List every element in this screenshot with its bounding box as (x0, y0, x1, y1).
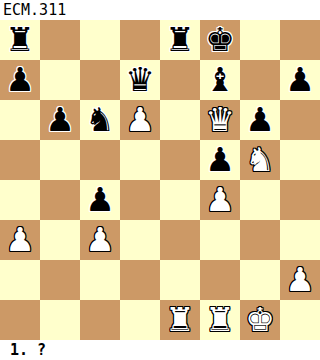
square-g5[interactable]: ♞ (240, 140, 280, 180)
square-g7[interactable] (240, 60, 280, 100)
square-e4[interactable] (160, 180, 200, 220)
square-h8[interactable] (280, 20, 320, 60)
square-e8[interactable]: ♜ (160, 20, 200, 60)
square-g4[interactable] (240, 180, 280, 220)
white-queen-icon: ♛ (200, 100, 240, 140)
white-king-icon: ♚ (240, 300, 280, 340)
square-c2[interactable] (80, 260, 120, 300)
black-queen-icon: ♛ (120, 60, 160, 100)
square-c1[interactable] (80, 300, 120, 340)
black-pawn-icon: ♟ (280, 60, 320, 100)
square-f3[interactable] (200, 220, 240, 260)
square-a6[interactable] (0, 100, 40, 140)
square-h3[interactable] (280, 220, 320, 260)
black-pawn-icon: ♟ (40, 100, 80, 140)
square-d4[interactable] (120, 180, 160, 220)
black-rook-icon: ♜ (160, 20, 200, 60)
square-a8[interactable]: ♜ (0, 20, 40, 60)
square-f1[interactable]: ♜ (200, 300, 240, 340)
square-f8[interactable]: ♚ (200, 20, 240, 60)
chess-board: ♜♜♚♟♛♝♟♟♞♟♛♟♟♞♟♟♟♟♟♜♜♚ (0, 20, 320, 340)
white-pawn-icon: ♟ (0, 220, 40, 260)
square-c8[interactable] (80, 20, 120, 60)
square-f2[interactable] (200, 260, 240, 300)
black-pawn-icon: ♟ (0, 60, 40, 100)
square-c7[interactable] (80, 60, 120, 100)
move-prompt: 1. ? (0, 340, 320, 360)
square-g2[interactable] (240, 260, 280, 300)
square-e2[interactable] (160, 260, 200, 300)
white-rook-icon: ♜ (160, 300, 200, 340)
square-e7[interactable] (160, 60, 200, 100)
square-e1[interactable]: ♜ (160, 300, 200, 340)
black-knight-icon: ♞ (80, 100, 120, 140)
square-h6[interactable] (280, 100, 320, 140)
square-b7[interactable] (40, 60, 80, 100)
chess-diagram-app: ECM.311 ♜♜♚♟♛♝♟♟♞♟♛♟♟♞♟♟♟♟♟♜♜♚ 1. ? (0, 0, 320, 360)
square-a3[interactable]: ♟ (0, 220, 40, 260)
square-e6[interactable] (160, 100, 200, 140)
square-f5[interactable]: ♟ (200, 140, 240, 180)
square-f7[interactable]: ♝ (200, 60, 240, 100)
square-g8[interactable] (240, 20, 280, 60)
square-a2[interactable] (0, 260, 40, 300)
square-g3[interactable] (240, 220, 280, 260)
square-a5[interactable] (0, 140, 40, 180)
white-pawn-icon: ♟ (120, 100, 160, 140)
square-e3[interactable] (160, 220, 200, 260)
square-e5[interactable] (160, 140, 200, 180)
white-pawn-icon: ♟ (280, 260, 320, 300)
square-h2[interactable]: ♟ (280, 260, 320, 300)
square-c4[interactable]: ♟ (80, 180, 120, 220)
square-b8[interactable] (40, 20, 80, 60)
square-d3[interactable] (120, 220, 160, 260)
square-b1[interactable] (40, 300, 80, 340)
square-c5[interactable] (80, 140, 120, 180)
square-d7[interactable]: ♛ (120, 60, 160, 100)
square-h7[interactable]: ♟ (280, 60, 320, 100)
square-d8[interactable] (120, 20, 160, 60)
square-d2[interactable] (120, 260, 160, 300)
black-bishop-icon: ♝ (200, 60, 240, 100)
square-g6[interactable]: ♟ (240, 100, 280, 140)
square-d1[interactable] (120, 300, 160, 340)
black-pawn-icon: ♟ (200, 140, 240, 180)
square-c3[interactable]: ♟ (80, 220, 120, 260)
square-b4[interactable] (40, 180, 80, 220)
white-knight-icon: ♞ (240, 140, 280, 180)
square-d5[interactable] (120, 140, 160, 180)
black-pawn-icon: ♟ (80, 180, 120, 220)
square-f6[interactable]: ♛ (200, 100, 240, 140)
white-rook-icon: ♜ (200, 300, 240, 340)
black-pawn-icon: ♟ (240, 100, 280, 140)
square-h4[interactable] (280, 180, 320, 220)
square-b6[interactable]: ♟ (40, 100, 80, 140)
square-c6[interactable]: ♞ (80, 100, 120, 140)
square-a1[interactable] (0, 300, 40, 340)
square-b5[interactable] (40, 140, 80, 180)
diagram-title: ECM.311 (0, 0, 320, 20)
square-a7[interactable]: ♟ (0, 60, 40, 100)
square-g1[interactable]: ♚ (240, 300, 280, 340)
square-h5[interactable] (280, 140, 320, 180)
square-d6[interactable]: ♟ (120, 100, 160, 140)
square-a4[interactable] (0, 180, 40, 220)
square-f4[interactable]: ♟ (200, 180, 240, 220)
square-b3[interactable] (40, 220, 80, 260)
square-b2[interactable] (40, 260, 80, 300)
black-king-icon: ♚ (200, 20, 240, 60)
black-rook-icon: ♜ (0, 20, 40, 60)
white-pawn-icon: ♟ (200, 180, 240, 220)
white-pawn-icon: ♟ (80, 220, 120, 260)
square-h1[interactable] (280, 300, 320, 340)
